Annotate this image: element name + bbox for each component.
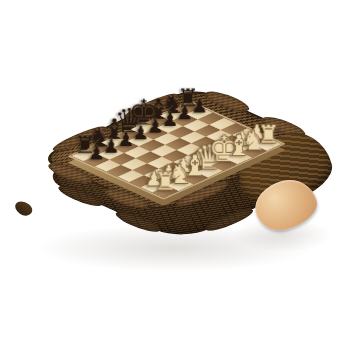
carved-chess-set-photo: ♜♞♝♛♚♝♞♜♟♟♟♟♟♟♟♟♟♟♟♟♟♟♟♟♜♞♝♛♚♝♞♜ <box>0 0 340 340</box>
white-rook-h1[interactable]: ♜ <box>251 123 287 147</box>
carved-edge-detail <box>13 198 35 219</box>
